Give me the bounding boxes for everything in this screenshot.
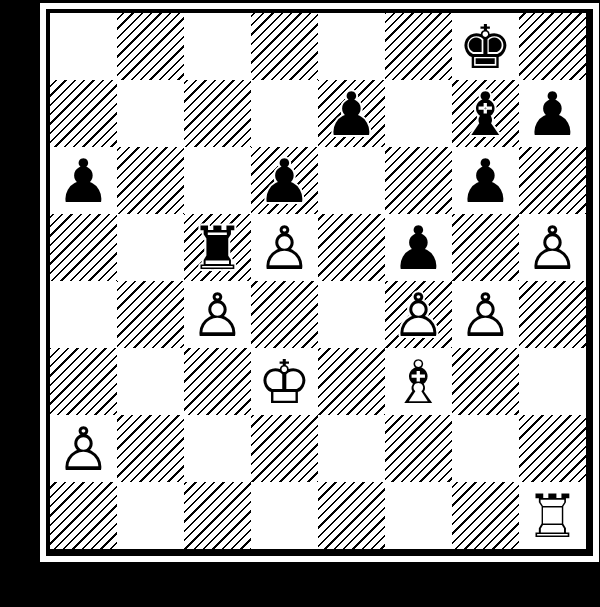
black-pawn[interactable]: ♟ (452, 147, 519, 214)
square-g2[interactable] (452, 415, 519, 482)
black-pawn[interactable]: ♟ (519, 80, 586, 147)
square-f5[interactable]: ♟♟ (385, 214, 452, 281)
white-pawn[interactable]: ♙ (452, 281, 519, 348)
white-pawn[interactable]: ♙ (519, 214, 586, 281)
square-f6[interactable] (385, 147, 452, 214)
square-c7[interactable] (184, 80, 251, 147)
square-c1[interactable] (184, 482, 251, 549)
square-d6[interactable]: ♟♟ (251, 147, 318, 214)
white-rook[interactable]: ♖ (519, 482, 586, 549)
white-pawn[interactable]: ♙ (184, 281, 251, 348)
square-c5[interactable]: ♜♜ (184, 214, 251, 281)
square-h4[interactable] (519, 281, 586, 348)
page-background: ♚♚♟♟♝♝♟♟♟♟♟♟♟♟♜♜♟♙♟♟♟♙♟♙♟♙♟♙♚♔♝♗♟♙♜♖ (0, 0, 600, 607)
square-g5[interactable] (452, 214, 519, 281)
square-e4[interactable] (318, 281, 385, 348)
square-f4[interactable]: ♟♙ (385, 281, 452, 348)
square-h7[interactable]: ♟♟ (519, 80, 586, 147)
square-h2[interactable] (519, 415, 586, 482)
square-b2[interactable] (117, 415, 184, 482)
square-g7[interactable]: ♝♝ (452, 80, 519, 147)
white-king[interactable]: ♔ (251, 348, 318, 415)
square-c4[interactable]: ♟♙ (184, 281, 251, 348)
square-h3[interactable] (519, 348, 586, 415)
square-b3[interactable] (117, 348, 184, 415)
square-f3[interactable]: ♝♗ (385, 348, 452, 415)
board-frame: ♚♚♟♟♝♝♟♟♟♟♟♟♟♟♜♜♟♙♟♟♟♙♟♙♟♙♟♙♚♔♝♗♟♙♜♖ (40, 3, 599, 562)
black-rook[interactable]: ♜ (184, 214, 251, 281)
square-d1[interactable] (251, 482, 318, 549)
square-f8[interactable] (385, 13, 452, 80)
square-b7[interactable] (117, 80, 184, 147)
square-c8[interactable] (184, 13, 251, 80)
square-b1[interactable] (117, 482, 184, 549)
square-d7[interactable] (251, 80, 318, 147)
square-e8[interactable] (318, 13, 385, 80)
white-pawn[interactable]: ♙ (50, 415, 117, 482)
white-bishop[interactable]: ♗ (385, 348, 452, 415)
square-d3[interactable]: ♚♔ (251, 348, 318, 415)
square-g6[interactable]: ♟♟ (452, 147, 519, 214)
chess-board: ♚♚♟♟♝♝♟♟♟♟♟♟♟♟♜♜♟♙♟♟♟♙♟♙♟♙♟♙♚♔♝♗♟♙♜♖ (46, 9, 593, 556)
square-a7[interactable] (50, 80, 117, 147)
square-h6[interactable] (519, 147, 586, 214)
square-d4[interactable] (251, 281, 318, 348)
square-g1[interactable] (452, 482, 519, 549)
square-b5[interactable] (117, 214, 184, 281)
square-g8[interactable]: ♚♚ (452, 13, 519, 80)
black-pawn[interactable]: ♟ (385, 214, 452, 281)
square-b8[interactable] (117, 13, 184, 80)
square-g3[interactable] (452, 348, 519, 415)
black-king[interactable]: ♚ (452, 13, 519, 80)
square-f1[interactable] (385, 482, 452, 549)
square-e5[interactable] (318, 214, 385, 281)
square-f7[interactable] (385, 80, 452, 147)
square-e3[interactable] (318, 348, 385, 415)
square-e7[interactable]: ♟♟ (318, 80, 385, 147)
black-pawn[interactable]: ♟ (318, 80, 385, 147)
square-h5[interactable]: ♟♙ (519, 214, 586, 281)
square-g4[interactable]: ♟♙ (452, 281, 519, 348)
square-c2[interactable] (184, 415, 251, 482)
white-pawn[interactable]: ♙ (251, 214, 318, 281)
square-a1[interactable] (50, 482, 117, 549)
square-b4[interactable] (117, 281, 184, 348)
square-h1[interactable]: ♜♖ (519, 482, 586, 549)
white-pawn[interactable]: ♙ (385, 281, 452, 348)
square-a6[interactable]: ♟♟ (50, 147, 117, 214)
square-e1[interactable] (318, 482, 385, 549)
square-c6[interactable] (184, 147, 251, 214)
square-d2[interactable] (251, 415, 318, 482)
square-a5[interactable] (50, 214, 117, 281)
square-f2[interactable] (385, 415, 452, 482)
square-d8[interactable] (251, 13, 318, 80)
black-pawn[interactable]: ♟ (251, 147, 318, 214)
square-d5[interactable]: ♟♙ (251, 214, 318, 281)
square-a3[interactable] (50, 348, 117, 415)
square-a2[interactable]: ♟♙ (50, 415, 117, 482)
square-e6[interactable] (318, 147, 385, 214)
black-pawn[interactable]: ♟ (50, 147, 117, 214)
black-bishop[interactable]: ♝ (452, 80, 519, 147)
square-a8[interactable] (50, 13, 117, 80)
square-a4[interactable] (50, 281, 117, 348)
square-c3[interactable] (184, 348, 251, 415)
square-h8[interactable] (519, 13, 586, 80)
square-b6[interactable] (117, 147, 184, 214)
square-e2[interactable] (318, 415, 385, 482)
